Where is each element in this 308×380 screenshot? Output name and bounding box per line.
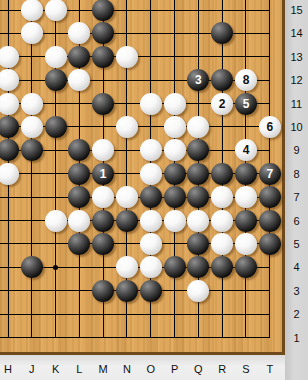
black-stone[interactable] (68, 139, 90, 161)
white-stone[interactable] (116, 256, 138, 278)
intersection-H5[interactable] (0, 232, 20, 255)
intersection-N10[interactable] (115, 115, 139, 138)
intersection-T14[interactable] (258, 22, 282, 45)
intersection-R5[interactable] (210, 232, 234, 255)
intersection-S10[interactable] (234, 115, 258, 138)
intersection-M7[interactable] (91, 185, 115, 208)
intersection-K3[interactable] (44, 279, 68, 302)
intersection-S13[interactable] (234, 45, 258, 68)
intersection-H12[interactable] (0, 68, 20, 91)
row-label: 8 (285, 167, 308, 181)
intersection-Q11[interactable] (186, 92, 210, 115)
intersection-K11[interactable] (44, 92, 68, 115)
intersection-O7[interactable] (139, 185, 163, 208)
intersection-H14[interactable] (0, 22, 20, 45)
intersection-Q4[interactable] (186, 256, 210, 279)
intersection-R13[interactable] (210, 45, 234, 68)
intersection-L6[interactable] (68, 209, 92, 232)
intersection-K2[interactable] (44, 302, 68, 325)
intersection-S12[interactable]: 8 (234, 68, 258, 91)
intersection-Q10[interactable] (186, 115, 210, 138)
intersection-J12[interactable] (20, 68, 44, 91)
intersection-K7[interactable] (44, 185, 68, 208)
intersection-O4[interactable] (139, 256, 163, 279)
intersection-P8[interactable] (163, 162, 187, 185)
intersection-N4[interactable] (115, 256, 139, 279)
intersection-H10[interactable] (0, 115, 20, 138)
white-stone[interactable] (45, 210, 67, 232)
intersection-L2[interactable] (68, 302, 92, 325)
column-label: H (4, 362, 12, 376)
row-label: 5 (285, 237, 308, 251)
intersection-L11[interactable] (68, 92, 92, 115)
intersection-M12[interactable] (91, 68, 115, 91)
white-stone[interactable] (0, 93, 19, 115)
white-stone[interactable] (164, 139, 186, 161)
row-label: 13 (285, 50, 308, 64)
intersection-T5[interactable] (258, 232, 282, 255)
intersection-H1[interactable] (0, 326, 20, 349)
white-stone[interactable]: 4 (235, 139, 257, 161)
intersection-H8[interactable] (0, 162, 20, 185)
white-stone[interactable] (140, 93, 162, 115)
intersection-S7[interactable] (234, 185, 258, 208)
column-label: M (99, 362, 108, 376)
intersection-M14[interactable] (91, 22, 115, 45)
intersection-M6[interactable] (91, 209, 115, 232)
move-number-label: 1 (100, 163, 107, 185)
white-stone[interactable] (140, 163, 162, 185)
white-stone[interactable] (92, 139, 114, 161)
intersection-M10[interactable] (91, 115, 115, 138)
row-label: 3 (285, 284, 308, 298)
black-stone[interactable] (92, 233, 114, 255)
white-stone[interactable] (68, 69, 90, 91)
intersection-P1[interactable] (163, 326, 187, 349)
white-stone[interactable] (235, 186, 257, 208)
intersection-K8[interactable] (44, 162, 68, 185)
black-stone[interactable]: 5 (235, 93, 257, 115)
intersection-H6[interactable] (0, 209, 20, 232)
intersection-H4[interactable] (0, 256, 20, 279)
intersection-O8[interactable] (139, 162, 163, 185)
intersection-N1[interactable] (115, 326, 139, 349)
intersection-Q8[interactable] (186, 162, 210, 185)
intersection-R12[interactable] (210, 68, 234, 91)
row-label: 4 (285, 260, 308, 274)
white-stone[interactable] (68, 210, 90, 232)
intersection-J8[interactable] (20, 162, 44, 185)
intersection-L7[interactable] (68, 185, 92, 208)
intersection-P10[interactable] (163, 115, 187, 138)
black-stone[interactable] (164, 163, 186, 185)
column-label: N (123, 362, 131, 376)
black-stone[interactable] (211, 163, 233, 185)
intersection-M3[interactable] (91, 279, 115, 302)
black-stone[interactable] (235, 256, 257, 278)
column-label: L (76, 362, 82, 376)
black-stone[interactable] (21, 139, 43, 161)
white-stone[interactable] (187, 116, 209, 138)
intersection-J1[interactable] (20, 326, 44, 349)
intersection-Q5[interactable] (186, 232, 210, 255)
black-stone[interactable] (187, 256, 209, 278)
intersection-N13[interactable] (115, 45, 139, 68)
intersection-Q2[interactable] (186, 302, 210, 325)
column-label: P (171, 362, 178, 376)
white-stone[interactable] (45, 0, 67, 21)
intersection-K4[interactable] (44, 256, 68, 279)
intersection-O10[interactable] (139, 115, 163, 138)
column-label: K (52, 362, 59, 376)
intersection-S11[interactable]: 5 (234, 92, 258, 115)
black-stone[interactable] (116, 280, 138, 302)
white-stone[interactable] (0, 69, 19, 91)
intersection-S4[interactable] (234, 256, 258, 279)
intersection-T7[interactable] (258, 185, 282, 208)
intersection-M13[interactable] (91, 45, 115, 68)
intersection-H11[interactable] (0, 92, 20, 115)
black-stone[interactable] (187, 139, 209, 161)
intersection-P9[interactable] (163, 139, 187, 162)
move-number-label: 2 (219, 93, 226, 115)
black-stone[interactable]: 7 (259, 163, 281, 185)
column-label: Q (194, 362, 203, 376)
intersection-Q12[interactable]: 3 (186, 68, 210, 91)
intersection-Q9[interactable] (186, 139, 210, 162)
intersection-Q3[interactable] (186, 279, 210, 302)
intersection-L9[interactable] (68, 139, 92, 162)
intersection-O2[interactable] (139, 302, 163, 325)
black-stone[interactable] (21, 256, 43, 278)
intersection-T8[interactable]: 7 (258, 162, 282, 185)
row-label: 10 (285, 120, 308, 134)
row-label: 12 (285, 73, 308, 87)
intersection-P2[interactable] (163, 302, 187, 325)
intersection-L12[interactable] (68, 68, 92, 91)
intersection-O1[interactable] (139, 326, 163, 349)
intersection-O15[interactable] (139, 0, 163, 22)
white-stone[interactable] (140, 210, 162, 232)
black-stone[interactable] (92, 0, 114, 21)
intersection-K13[interactable] (44, 45, 68, 68)
move-number-label: 8 (243, 69, 250, 91)
intersection-H2[interactable] (0, 302, 20, 325)
intersection-J2[interactable] (20, 302, 44, 325)
intersection-K1[interactable] (44, 326, 68, 349)
intersection-H9[interactable] (0, 139, 20, 162)
white-stone[interactable] (0, 46, 19, 68)
intersection-H15[interactable] (0, 0, 20, 22)
white-stone[interactable] (187, 210, 209, 232)
intersection-H7[interactable] (0, 185, 20, 208)
black-stone[interactable] (68, 163, 90, 185)
black-stone[interactable] (211, 22, 233, 44)
intersection-N11[interactable] (115, 92, 139, 115)
white-stone[interactable]: 8 (235, 69, 257, 91)
move-number-label: 4 (243, 139, 250, 161)
intersection-S3[interactable] (234, 279, 258, 302)
intersection-Q1[interactable] (186, 326, 210, 349)
column-label: O (147, 362, 156, 376)
black-stone[interactable] (259, 186, 281, 208)
white-stone[interactable] (45, 46, 67, 68)
intersection-J11[interactable] (20, 92, 44, 115)
black-stone[interactable] (92, 93, 114, 115)
intersection-P7[interactable] (163, 185, 187, 208)
black-stone[interactable] (0, 116, 19, 138)
intersection-R9[interactable] (210, 139, 234, 162)
intersection-P12[interactable] (163, 68, 187, 91)
intersection-T11[interactable] (258, 92, 282, 115)
intersection-K15[interactable] (44, 0, 68, 22)
intersection-K5[interactable] (44, 232, 68, 255)
intersection-S14[interactable] (234, 22, 258, 45)
intersection-L8[interactable] (68, 162, 92, 185)
intersection-R4[interactable] (210, 256, 234, 279)
black-stone[interactable] (68, 46, 90, 68)
black-stone[interactable] (0, 139, 19, 161)
white-stone[interactable] (211, 186, 233, 208)
intersection-P15[interactable] (163, 0, 187, 22)
white-stone[interactable] (187, 280, 209, 302)
intersection-S8[interactable] (234, 162, 258, 185)
white-stone[interactable] (68, 22, 90, 44)
intersection-J7[interactable] (20, 185, 44, 208)
row-label: 9 (285, 143, 308, 157)
intersection-P4[interactable] (163, 256, 187, 279)
intersection-K6[interactable] (44, 209, 68, 232)
intersection-K10[interactable] (44, 115, 68, 138)
white-stone[interactable] (21, 93, 43, 115)
intersection-Q14[interactable] (186, 22, 210, 45)
intersection-M9[interactable] (91, 139, 115, 162)
white-stone[interactable] (235, 233, 257, 255)
black-stone[interactable] (187, 233, 209, 255)
intersection-M4[interactable] (91, 256, 115, 279)
intersection-T4[interactable] (258, 256, 282, 279)
white-stone[interactable] (164, 210, 186, 232)
white-stone[interactable] (211, 233, 233, 255)
intersection-R6[interactable] (210, 209, 234, 232)
row-label: 7 (285, 190, 308, 204)
black-stone[interactable] (45, 69, 67, 91)
intersection-L14[interactable] (68, 22, 92, 45)
black-stone[interactable] (92, 22, 114, 44)
intersection-O12[interactable] (139, 68, 163, 91)
white-stone[interactable] (164, 93, 186, 115)
black-stone[interactable] (235, 163, 257, 185)
intersection-P5[interactable] (163, 232, 187, 255)
black-stone[interactable] (211, 256, 233, 278)
intersection-J3[interactable] (20, 279, 44, 302)
white-stone[interactable] (140, 233, 162, 255)
black-stone[interactable] (92, 46, 114, 68)
intersection-R8[interactable] (210, 162, 234, 185)
intersection-N5[interactable] (115, 232, 139, 255)
row-label: 1 (285, 331, 308, 345)
intersection-T6[interactable] (258, 209, 282, 232)
intersection-S9[interactable]: 4 (234, 139, 258, 162)
intersection-R15[interactable] (210, 0, 234, 22)
white-stone[interactable] (21, 22, 43, 44)
intersection-M2[interactable] (91, 302, 115, 325)
intersection-Q13[interactable] (186, 45, 210, 68)
white-stone[interactable] (140, 256, 162, 278)
intersection-T13[interactable] (258, 45, 282, 68)
intersection-J13[interactable] (20, 45, 44, 68)
intersection-J14[interactable] (20, 22, 44, 45)
intersection-T1[interactable] (258, 326, 282, 349)
intersection-K9[interactable] (44, 139, 68, 162)
intersection-Q6[interactable] (186, 209, 210, 232)
black-stone[interactable]: 3 (187, 69, 209, 91)
intersection-S5[interactable] (234, 232, 258, 255)
intersection-J6[interactable] (20, 209, 44, 232)
white-stone[interactable] (211, 210, 233, 232)
intersection-R14[interactable] (210, 22, 234, 45)
intersection-T9[interactable] (258, 139, 282, 162)
intersection-O5[interactable] (139, 232, 163, 255)
move-number-label: 3 (195, 69, 202, 91)
black-stone[interactable] (259, 210, 281, 232)
black-stone[interactable] (68, 233, 90, 255)
intersection-S1[interactable] (234, 326, 258, 349)
intersection-M15[interactable] (91, 0, 115, 22)
white-stone[interactable]: 2 (211, 93, 233, 115)
intersection-O6[interactable] (139, 209, 163, 232)
intersection-Q15[interactable] (186, 0, 210, 22)
intersection-L15[interactable] (68, 0, 92, 22)
intersection-M11[interactable] (91, 92, 115, 115)
intersection-N9[interactable] (115, 139, 139, 162)
white-stone[interactable] (0, 163, 19, 185)
black-stone[interactable] (187, 163, 209, 185)
black-stone[interactable] (68, 186, 90, 208)
intersection-P3[interactable] (163, 279, 187, 302)
move-number-label: 5 (243, 93, 250, 115)
row-label: 2 (285, 307, 308, 321)
intersection-N2[interactable] (115, 302, 139, 325)
black-stone[interactable] (211, 69, 233, 91)
intersection-N12[interactable] (115, 68, 139, 91)
intersection-R10[interactable] (210, 115, 234, 138)
black-stone[interactable] (187, 186, 209, 208)
intersection-N7[interactable] (115, 185, 139, 208)
intersection-H13[interactable] (0, 45, 20, 68)
intersection-N14[interactable] (115, 22, 139, 45)
white-stone[interactable] (164, 116, 186, 138)
white-stone[interactable] (116, 116, 138, 138)
black-stone[interactable] (164, 186, 186, 208)
row-label: 6 (285, 214, 308, 228)
intersection-T15[interactable] (258, 0, 282, 22)
intersection-P11[interactable] (163, 92, 187, 115)
intersection-R11[interactable]: 2 (210, 92, 234, 115)
intersection-R3[interactable] (210, 279, 234, 302)
intersection-L13[interactable] (68, 45, 92, 68)
intersection-H3[interactable] (0, 279, 20, 302)
intersection-J10[interactable] (20, 115, 44, 138)
intersection-L1[interactable] (68, 326, 92, 349)
intersection-P14[interactable] (163, 22, 187, 45)
white-stone[interactable] (116, 186, 138, 208)
black-stone[interactable] (259, 233, 281, 255)
black-stone[interactable] (45, 116, 67, 138)
row-label: 15 (285, 3, 308, 17)
intersection-P13[interactable] (163, 45, 187, 68)
go-board[interactable]: 38256417 (0, 0, 282, 349)
intersection-R7[interactable] (210, 185, 234, 208)
intersection-R1[interactable] (210, 326, 234, 349)
intersection-L4[interactable] (68, 256, 92, 279)
intersection-J9[interactable] (20, 139, 44, 162)
intersection-N6[interactable] (115, 209, 139, 232)
white-stone[interactable]: 6 (259, 116, 281, 138)
move-number-label: 6 (266, 116, 273, 138)
intersection-M8[interactable]: 1 (91, 162, 115, 185)
white-stone[interactable] (140, 139, 162, 161)
intersection-O3[interactable] (139, 279, 163, 302)
intersection-N15[interactable] (115, 0, 139, 22)
black-stone[interactable] (164, 256, 186, 278)
intersection-T12[interactable] (258, 68, 282, 91)
intersection-L3[interactable] (68, 279, 92, 302)
intersection-Q7[interactable] (186, 185, 210, 208)
intersection-M5[interactable] (91, 232, 115, 255)
intersection-T2[interactable] (258, 302, 282, 325)
black-stone[interactable]: 1 (92, 163, 114, 185)
intersection-L10[interactable] (68, 115, 92, 138)
white-stone[interactable] (21, 116, 43, 138)
white-stone[interactable] (21, 0, 43, 21)
intersection-R2[interactable] (210, 302, 234, 325)
intersection-N3[interactable] (115, 279, 139, 302)
black-stone[interactable] (92, 210, 114, 232)
intersection-S2[interactable] (234, 302, 258, 325)
intersection-O13[interactable] (139, 45, 163, 68)
black-stone[interactable] (235, 210, 257, 232)
intersection-T3[interactable] (258, 279, 282, 302)
white-stone[interactable] (92, 186, 114, 208)
intersection-O14[interactable] (139, 22, 163, 45)
intersection-S6[interactable] (234, 209, 258, 232)
intersection-K12[interactable] (44, 68, 68, 91)
intersection-O9[interactable] (139, 139, 163, 162)
white-stone[interactable] (116, 46, 138, 68)
intersection-S15[interactable] (234, 0, 258, 22)
intersection-J5[interactable] (20, 232, 44, 255)
intersection-N8[interactable] (115, 162, 139, 185)
intersection-T10[interactable]: 6 (258, 115, 282, 138)
intersection-L5[interactable] (68, 232, 92, 255)
black-stone[interactable] (140, 280, 162, 302)
black-stone[interactable] (116, 210, 138, 232)
intersection-O11[interactable] (139, 92, 163, 115)
row-label: 11 (285, 97, 308, 111)
intersection-K14[interactable] (44, 22, 68, 45)
move-number-label: 7 (266, 163, 273, 185)
column-label: R (218, 362, 226, 376)
intersection-M1[interactable] (91, 326, 115, 349)
intersection-P6[interactable] (163, 209, 187, 232)
intersection-J4[interactable] (20, 256, 44, 279)
black-stone[interactable] (140, 186, 162, 208)
column-label: T (266, 362, 273, 376)
row-coordinate-strip: 151413121110987654321 (285, 0, 308, 380)
black-stone[interactable] (92, 280, 114, 302)
intersection-J15[interactable] (20, 0, 44, 22)
